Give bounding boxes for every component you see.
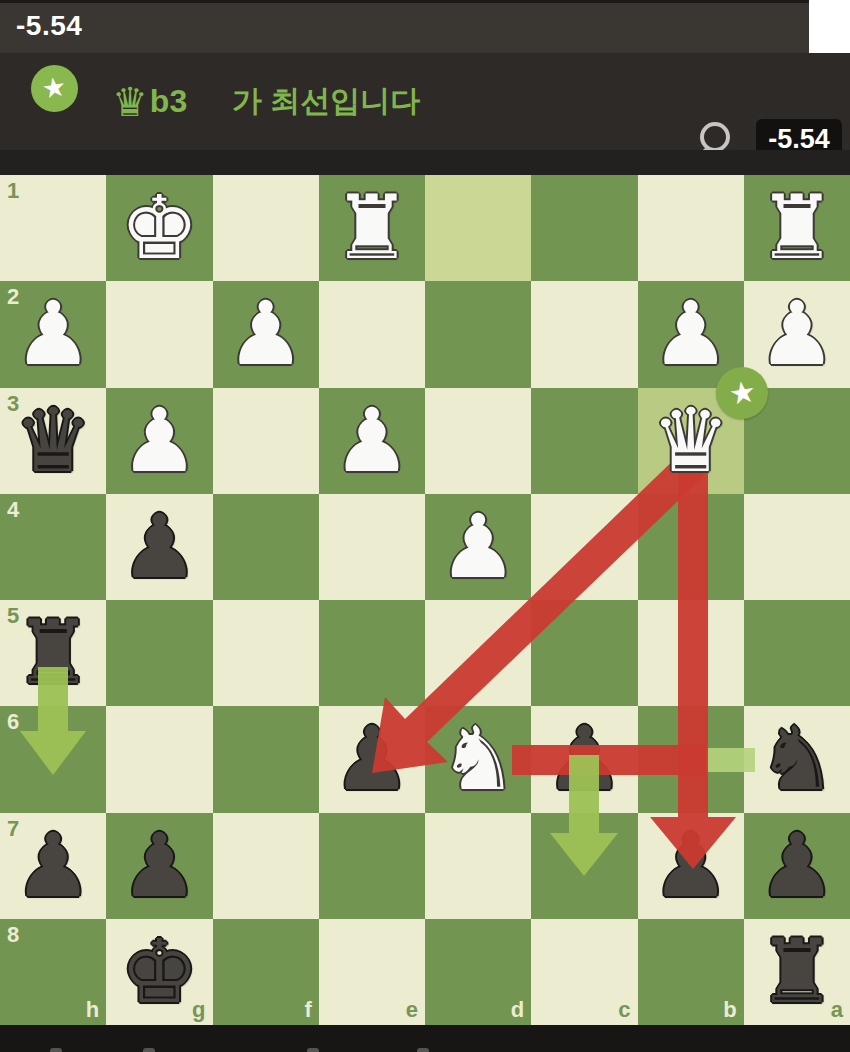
square-f1[interactable] [213,175,319,281]
file-label-h: h [86,999,99,1021]
rank-label-4: 4 [7,499,19,521]
square-d8[interactable]: d [425,919,531,1025]
square-b5[interactable] [638,600,744,706]
best-move-star-badge-b3: ★ [716,367,768,419]
square-f3[interactable] [213,388,319,494]
piece-white-pawn-h2[interactable]: ♟ [0,281,106,387]
square-e4[interactable] [319,494,425,600]
square-d5[interactable] [425,600,531,706]
square-c3[interactable] [531,388,637,494]
square-a4[interactable] [744,494,850,600]
toolbar-icon-top-1 [143,1048,155,1052]
piece-black-pawn-e6[interactable]: ♟ [319,706,425,812]
square-h4[interactable]: 4 [0,494,106,600]
square-h6[interactable]: 6 [0,706,106,812]
evaluation-score: -5.54 [16,10,82,42]
star-icon: ★ [726,376,757,410]
file-label-e: e [406,999,418,1021]
toolbar-icon-top-3 [417,1048,429,1052]
piece-black-pawn-b7[interactable]: ♟ [638,813,744,919]
square-e8[interactable]: e [319,919,425,1025]
square-g6[interactable] [106,706,212,812]
square-f4[interactable] [213,494,319,600]
piece-black-pawn-c6[interactable]: ♟ [531,706,637,812]
square-h1[interactable]: 1 [0,175,106,281]
square-g5[interactable] [106,600,212,706]
piece-white-king-g1[interactable]: ♚ [106,175,212,281]
piece-black-rook-h5[interactable]: ♜ [0,600,106,706]
toolbar-icon-top-2 [307,1048,319,1052]
square-e7[interactable] [319,813,425,919]
chess-board: 12345678hgfedcba♚♜♜♟♟♟♟♛♟♟♛♟♟♜♟♞♟♞♟♟♟♟♚♜… [0,175,850,1025]
square-d1[interactable] [425,175,531,281]
square-f5[interactable] [213,600,319,706]
best-move-message: 가 최선입니다 [232,53,420,150]
piece-white-pawn-f2[interactable]: ♟ [213,281,319,387]
rank-label-8: 8 [7,924,19,946]
bottom-toolbar [0,1025,850,1052]
best-move-square: b3 [150,83,187,120]
square-c8[interactable]: c [531,919,637,1025]
piece-black-pawn-g4[interactable]: ♟ [106,494,212,600]
piece-black-queen-h3[interactable]: ♛ [0,388,106,494]
square-d2[interactable] [425,281,531,387]
best-move-star-icon: ★ [31,65,78,112]
search-icon[interactable] [700,122,730,152]
piece-black-king-g8[interactable]: ♚ [106,919,212,1025]
best-move-text: ♛ b3 [112,53,187,150]
square-c2[interactable] [531,281,637,387]
piece-black-knight-a6[interactable]: ♞ [744,706,850,812]
best-move-banner: ★ ♛ b3 가 최선입니다 -5.54 [0,53,850,150]
star-icon: ★ [40,73,68,103]
topbar-white-panel [809,0,850,53]
piece-black-pawn-g7[interactable]: ♟ [106,813,212,919]
square-d3[interactable] [425,388,531,494]
file-label-d: d [511,999,524,1021]
piece-black-pawn-h7[interactable]: ♟ [0,813,106,919]
board-top-spacer [0,150,850,175]
square-a5[interactable] [744,600,850,706]
file-label-b: b [723,999,736,1021]
square-d7[interactable] [425,813,531,919]
queen-icon: ♛ [112,82,148,122]
piece-white-pawn-e3[interactable]: ♟ [319,388,425,494]
square-c1[interactable] [531,175,637,281]
piece-white-knight-d6[interactable]: ♞ [425,706,531,812]
toolbar-icon-top-0 [50,1048,62,1052]
square-c5[interactable] [531,600,637,706]
file-label-f: f [304,999,311,1021]
piece-white-rook-e1[interactable]: ♜ [319,175,425,281]
square-f8[interactable]: f [213,919,319,1025]
file-label-c: c [618,999,630,1021]
square-h8[interactable]: 8h [0,919,106,1025]
top-status-bar: -5.54 [0,0,850,53]
piece-black-rook-a8[interactable]: ♜ [744,919,850,1025]
square-g2[interactable] [106,281,212,387]
square-e2[interactable] [319,281,425,387]
square-b4[interactable] [638,494,744,600]
piece-white-rook-a1[interactable]: ♜ [744,175,850,281]
rank-label-1: 1 [7,180,19,202]
square-c7[interactable] [531,813,637,919]
piece-white-pawn-a2[interactable]: ♟ [744,281,850,387]
square-f7[interactable] [213,813,319,919]
square-b1[interactable] [638,175,744,281]
square-c4[interactable] [531,494,637,600]
square-f6[interactable] [213,706,319,812]
square-b6[interactable] [638,706,744,812]
piece-black-pawn-a7[interactable]: ♟ [744,813,850,919]
square-e5[interactable] [319,600,425,706]
piece-white-pawn-d4[interactable]: ♟ [425,494,531,600]
rank-label-6: 6 [7,711,19,733]
piece-white-pawn-g3[interactable]: ♟ [106,388,212,494]
square-b8[interactable]: b [638,919,744,1025]
